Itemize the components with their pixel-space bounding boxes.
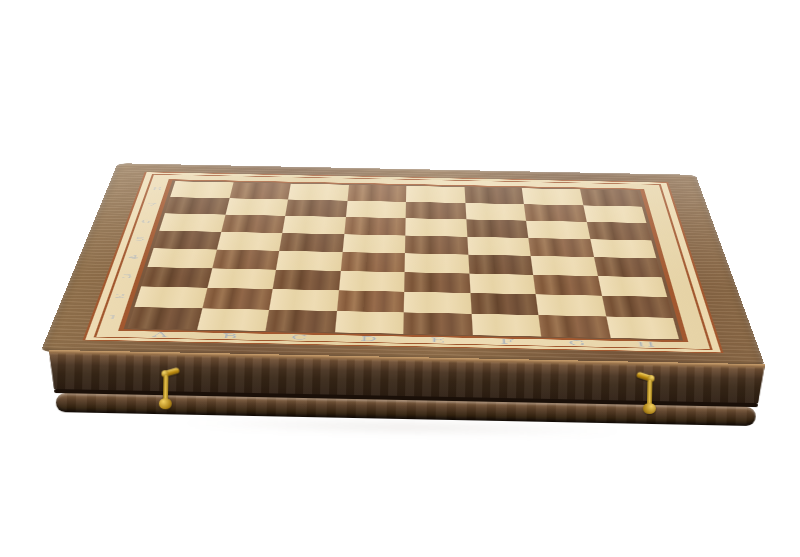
square-c7 [285,199,347,217]
square-g3 [533,275,601,296]
square-e2 [404,292,471,314]
clasp-base-knob [643,403,656,414]
square-e5 [405,235,468,254]
clasp-base-knob [159,398,172,409]
square-g5 [528,238,593,257]
clasp-left [153,366,180,413]
square-b2 [202,288,273,310]
square-a8 [170,181,233,198]
scene: ABCDEFGH 87654321 [0,0,800,557]
square-d8 [347,185,406,202]
square-h7 [583,205,647,223]
clasp-shaft [647,380,653,405]
clasp-shaft [163,375,169,400]
square-c6 [282,216,345,234]
square-f1 [471,314,541,337]
square-e7 [406,202,466,220]
square-a4 [147,248,216,268]
square-d3 [338,271,404,292]
square-d4 [340,252,405,272]
square-a1 [128,307,202,330]
square-f5 [467,237,531,256]
square-f3 [469,273,536,294]
file-label-d: D [334,335,404,343]
square-h1 [606,316,679,339]
square-b5 [216,232,282,251]
square-c4 [276,251,342,271]
square-b1 [197,308,270,331]
square-f6 [466,219,528,237]
square-a2 [135,286,207,308]
square-h5 [590,239,657,258]
square-e6 [405,218,467,236]
square-a5 [154,230,221,249]
square-h2 [601,296,673,318]
square-g7 [524,204,586,222]
board-top-surface: ABCDEFGH 87654321 [40,163,765,366]
square-h4 [594,257,662,277]
square-c2 [269,289,338,311]
square-g2 [536,294,606,316]
file-label-f: F [472,338,542,346]
square-c3 [273,269,341,290]
square-b7 [225,198,288,216]
square-d5 [342,234,405,253]
square-c1 [265,310,336,333]
file-label-e: E [403,336,473,344]
square-h8 [580,189,642,206]
square-h3 [597,276,667,297]
file-label-h: H [611,340,682,348]
file-label-g: G [541,339,611,347]
file-label-c: C [264,333,334,341]
square-e1 [403,312,472,335]
square-g4 [531,256,598,276]
square-d6 [344,217,406,235]
square-c8 [288,184,348,201]
square-g8 [522,188,583,205]
square-f4 [468,255,533,275]
square-c5 [279,233,344,252]
square-g6 [526,221,590,239]
square-b6 [221,215,285,233]
square-g1 [538,315,610,338]
square-e3 [404,272,470,293]
square-f2 [470,293,538,315]
square-f7 [465,203,526,221]
square-b8 [229,182,291,199]
square-b3 [207,268,276,289]
square-f8 [464,187,524,204]
square-b4 [212,250,279,270]
square-a3 [141,267,212,288]
square-a6 [159,213,225,231]
square-h6 [586,222,651,240]
file-label-b: B [194,332,265,340]
clasp-right [636,371,663,418]
square-e8 [406,186,465,203]
square-d2 [336,290,404,312]
square-a7 [165,197,229,215]
square-d7 [345,201,406,219]
file-label-a: A [125,331,196,339]
chessboard-photo: ABCDEFGH 87654321 [0,0,800,557]
square-e4 [405,253,469,273]
square-d1 [334,311,403,334]
chess-board-grid [128,181,679,339]
